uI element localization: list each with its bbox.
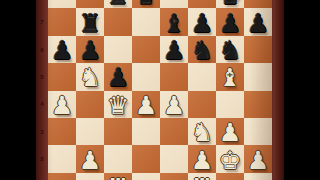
piece-black-queen: ♛ [135, 0, 157, 8]
square-g5: ♝ [216, 63, 244, 90]
square-c5: ♟ [104, 63, 132, 90]
square-d1 [132, 173, 160, 180]
square-b7: ♜ [76, 8, 104, 35]
square-f5 [188, 63, 216, 90]
square-f3: ♞ [188, 118, 216, 145]
square-b6: ♟ [76, 36, 104, 63]
square-d3 [132, 118, 160, 145]
square-e3 [160, 118, 188, 145]
piece-white-pawn: ♟ [51, 93, 73, 118]
piece-black-pawn: ♟ [163, 38, 185, 63]
square-h3 [244, 118, 272, 145]
square-f4 [188, 91, 216, 118]
square-a1 [48, 173, 76, 180]
rank-label-2: 2 [36, 156, 48, 162]
square-d6 [132, 36, 160, 63]
square-g3: ♟ [216, 118, 244, 145]
square-f1: ♜ [188, 173, 216, 180]
piece-black-knight: ♞ [219, 38, 241, 63]
square-b8 [76, 0, 104, 8]
square-e5 [160, 63, 188, 90]
square-f7: ♟ [188, 8, 216, 35]
square-c4: ♛ [104, 91, 132, 118]
square-g2: ♚ [216, 145, 244, 172]
chess-board: ♜♛♚♜♝♟♟♟♟♟♟♞♞♞♟♝♟♛♟♟♞♟♟♟♚♟♜♜ [48, 0, 272, 180]
square-c1: ♜ [104, 173, 132, 180]
piece-white-pawn: ♟ [79, 148, 101, 173]
piece-white-pawn: ♟ [247, 148, 269, 173]
piece-white-rook: ♜ [191, 175, 213, 180]
piece-black-bishop: ♝ [163, 11, 185, 36]
piece-white-pawn: ♟ [219, 120, 241, 145]
piece-white-knight: ♞ [191, 120, 213, 145]
square-g8: ♚ [216, 0, 244, 8]
square-b4 [76, 91, 104, 118]
rank-label-3: 3 [36, 129, 48, 135]
piece-black-pawn: ♟ [191, 11, 213, 36]
square-h5 [244, 63, 272, 90]
square-e1 [160, 173, 188, 180]
square-d7 [132, 8, 160, 35]
square-d8: ♛ [132, 0, 160, 8]
piece-white-rook: ♜ [107, 175, 129, 180]
square-a6: ♟ [48, 36, 76, 63]
square-e4: ♟ [160, 91, 188, 118]
square-c2 [104, 145, 132, 172]
piece-black-king: ♚ [219, 0, 241, 8]
piece-black-pawn: ♟ [247, 11, 269, 36]
square-a3 [48, 118, 76, 145]
piece-white-pawn: ♟ [191, 148, 213, 173]
rank-label-7: 7 [36, 19, 48, 25]
piece-black-knight: ♞ [191, 38, 213, 63]
square-b2: ♟ [76, 145, 104, 172]
piece-black-pawn: ♟ [107, 65, 129, 90]
square-g6: ♞ [216, 36, 244, 63]
square-h7: ♟ [244, 8, 272, 35]
piece-white-king: ♚ [219, 148, 241, 173]
square-f2: ♟ [188, 145, 216, 172]
square-g7: ♟ [216, 8, 244, 35]
square-h8 [244, 0, 272, 8]
square-c7 [104, 8, 132, 35]
piece-white-pawn: ♟ [135, 93, 157, 118]
piece-black-pawn: ♟ [219, 11, 241, 36]
square-a5 [48, 63, 76, 90]
square-d2 [132, 145, 160, 172]
square-h6 [244, 36, 272, 63]
square-h2: ♟ [244, 145, 272, 172]
square-g4 [216, 91, 244, 118]
piece-black-pawn: ♟ [51, 38, 73, 63]
square-e6: ♟ [160, 36, 188, 63]
piece-white-bishop: ♝ [219, 65, 241, 90]
square-a7 [48, 8, 76, 35]
square-e7: ♝ [160, 8, 188, 35]
square-f8 [188, 0, 216, 8]
square-a4: ♟ [48, 91, 76, 118]
square-b5: ♞ [76, 63, 104, 90]
square-d4: ♟ [132, 91, 160, 118]
piece-white-queen: ♛ [107, 93, 129, 118]
rank-label-4: 4 [36, 101, 48, 107]
square-f6: ♞ [188, 36, 216, 63]
square-a2 [48, 145, 76, 172]
square-e2 [160, 145, 188, 172]
rank-label-5: 5 [36, 74, 48, 80]
square-e8 [160, 0, 188, 8]
square-c6 [104, 36, 132, 63]
piece-black-rook: ♜ [79, 11, 101, 36]
square-b3 [76, 118, 104, 145]
piece-white-knight: ♞ [79, 65, 101, 90]
chess-diagram: ♜♛♚♜♝♟♟♟♟♟♟♞♞♞♟♝♟♛♟♟♞♟♟♟♚♟♜♜ 87654321 [0, 0, 320, 180]
rank-label-6: 6 [36, 47, 48, 53]
square-c8: ♜ [104, 0, 132, 8]
piece-black-rook: ♜ [107, 0, 129, 8]
piece-black-pawn: ♟ [79, 38, 101, 63]
square-d5 [132, 63, 160, 90]
square-a8 [48, 0, 76, 8]
square-c3 [104, 118, 132, 145]
piece-white-pawn: ♟ [163, 93, 185, 118]
square-h4 [244, 91, 272, 118]
